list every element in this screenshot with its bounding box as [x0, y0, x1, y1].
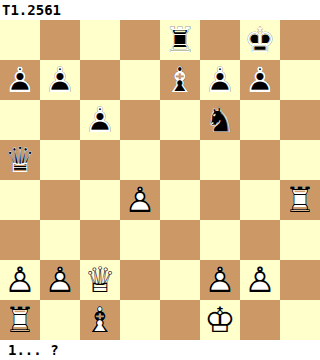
square-e5[interactable] — [160, 140, 200, 180]
white-pawn[interactable]: ♟♙ — [240, 260, 280, 300]
square-c6[interactable]: ♟♙ — [80, 100, 120, 140]
square-d1[interactable] — [120, 300, 160, 340]
square-a2[interactable]: ♟♙ — [0, 260, 40, 300]
square-f5[interactable] — [200, 140, 240, 180]
puzzle-id: T1.2561 — [0, 0, 320, 20]
piece-outline: ♕ — [80, 260, 120, 300]
square-g7[interactable]: ♟♙ — [240, 60, 280, 100]
square-f8[interactable] — [200, 20, 240, 60]
piece-outline: ♖ — [0, 300, 40, 340]
square-h7[interactable] — [280, 60, 320, 100]
square-b6[interactable] — [40, 100, 80, 140]
square-a5[interactable]: ♛♕ — [0, 140, 40, 180]
piece-outline: ♖ — [160, 20, 200, 60]
black-pawn[interactable]: ♟♙ — [200, 60, 240, 100]
square-b8[interactable] — [40, 20, 80, 60]
square-b7[interactable]: ♟♙ — [40, 60, 80, 100]
piece-outline: ♙ — [40, 260, 80, 300]
white-pawn[interactable]: ♟♙ — [120, 180, 160, 220]
black-pawn[interactable]: ♟♙ — [0, 60, 40, 100]
piece-outline: ♗ — [80, 300, 120, 340]
black-king[interactable]: ♚♔ — [240, 20, 280, 60]
piece-outline: ♕ — [0, 140, 40, 180]
square-g4[interactable] — [240, 180, 280, 220]
piece-outline: ♔ — [240, 20, 280, 60]
square-h5[interactable] — [280, 140, 320, 180]
black-queen[interactable]: ♛♕ — [0, 140, 40, 180]
white-pawn[interactable]: ♟♙ — [200, 260, 240, 300]
square-g3[interactable] — [240, 220, 280, 260]
square-f6[interactable]: ♞♘ — [200, 100, 240, 140]
square-a4[interactable] — [0, 180, 40, 220]
piece-outline: ♙ — [240, 60, 280, 100]
black-pawn[interactable]: ♟♙ — [40, 60, 80, 100]
square-g5[interactable] — [240, 140, 280, 180]
square-d3[interactable] — [120, 220, 160, 260]
square-a3[interactable] — [0, 220, 40, 260]
square-d5[interactable] — [120, 140, 160, 180]
piece-outline: ♖ — [280, 180, 320, 220]
square-c4[interactable] — [80, 180, 120, 220]
black-bishop[interactable]: ♝♗ — [160, 60, 200, 100]
square-f7[interactable]: ♟♙ — [200, 60, 240, 100]
square-d7[interactable] — [120, 60, 160, 100]
white-bishop[interactable]: ♝♗ — [80, 300, 120, 340]
piece-outline: ♙ — [200, 260, 240, 300]
piece-outline: ♙ — [0, 60, 40, 100]
piece-outline: ♙ — [0, 260, 40, 300]
black-rook[interactable]: ♜♖ — [160, 20, 200, 60]
piece-outline: ♗ — [160, 60, 200, 100]
square-h2[interactable] — [280, 260, 320, 300]
black-pawn[interactable]: ♟♙ — [80, 100, 120, 140]
square-g1[interactable] — [240, 300, 280, 340]
square-e3[interactable] — [160, 220, 200, 260]
square-d8[interactable] — [120, 20, 160, 60]
square-d6[interactable] — [120, 100, 160, 140]
square-f4[interactable] — [200, 180, 240, 220]
square-f3[interactable] — [200, 220, 240, 260]
piece-outline: ♔ — [200, 300, 240, 340]
piece-outline: ♘ — [200, 100, 240, 140]
square-e2[interactable] — [160, 260, 200, 300]
square-a6[interactable] — [0, 100, 40, 140]
square-h1[interactable] — [280, 300, 320, 340]
square-c2[interactable]: ♛♕ — [80, 260, 120, 300]
square-c3[interactable] — [80, 220, 120, 260]
square-e6[interactable] — [160, 100, 200, 140]
white-pawn[interactable]: ♟♙ — [0, 260, 40, 300]
square-g6[interactable] — [240, 100, 280, 140]
move-prompt: 1... ? — [0, 340, 320, 360]
black-pawn[interactable]: ♟♙ — [240, 60, 280, 100]
square-a1[interactable]: ♜♖ — [0, 300, 40, 340]
chess-board: ♜♖♚♔♟♙♟♙♝♗♟♙♟♙♟♙♞♘♛♕♟♙♜♖♟♙♟♙♛♕♟♙♟♙♜♖♝♗♚♔ — [0, 20, 320, 340]
square-e4[interactable] — [160, 180, 200, 220]
square-h8[interactable] — [280, 20, 320, 60]
square-e8[interactable]: ♜♖ — [160, 20, 200, 60]
chess-trainer-window: T1.2561 ♜♖♚♔♟♙♟♙♝♗♟♙♟♙♟♙♞♘♛♕♟♙♜♖♟♙♟♙♛♕♟♙… — [0, 0, 320, 360]
square-b5[interactable] — [40, 140, 80, 180]
piece-outline: ♙ — [120, 180, 160, 220]
square-d2[interactable] — [120, 260, 160, 300]
square-c8[interactable] — [80, 20, 120, 60]
black-knight[interactable]: ♞♘ — [200, 100, 240, 140]
square-f2[interactable]: ♟♙ — [200, 260, 240, 300]
square-b1[interactable] — [40, 300, 80, 340]
white-rook[interactable]: ♜♖ — [280, 180, 320, 220]
square-c5[interactable] — [80, 140, 120, 180]
piece-outline: ♙ — [80, 100, 120, 140]
square-a7[interactable]: ♟♙ — [0, 60, 40, 100]
square-b4[interactable] — [40, 180, 80, 220]
white-king[interactable]: ♚♔ — [200, 300, 240, 340]
square-h6[interactable] — [280, 100, 320, 140]
square-d4[interactable]: ♟♙ — [120, 180, 160, 220]
piece-outline: ♙ — [200, 60, 240, 100]
white-rook[interactable]: ♜♖ — [0, 300, 40, 340]
white-pawn[interactable]: ♟♙ — [40, 260, 80, 300]
square-e7[interactable]: ♝♗ — [160, 60, 200, 100]
square-a8[interactable] — [0, 20, 40, 60]
piece-outline: ♙ — [40, 60, 80, 100]
square-b3[interactable] — [40, 220, 80, 260]
white-queen[interactable]: ♛♕ — [80, 260, 120, 300]
square-g2[interactable]: ♟♙ — [240, 260, 280, 300]
square-b2[interactable]: ♟♙ — [40, 260, 80, 300]
square-f1[interactable]: ♚♔ — [200, 300, 240, 340]
square-h4[interactable]: ♜♖ — [280, 180, 320, 220]
square-c7[interactable] — [80, 60, 120, 100]
square-e1[interactable] — [160, 300, 200, 340]
square-h3[interactable] — [280, 220, 320, 260]
piece-outline: ♙ — [240, 260, 280, 300]
square-g8[interactable]: ♚♔ — [240, 20, 280, 60]
square-c1[interactable]: ♝♗ — [80, 300, 120, 340]
